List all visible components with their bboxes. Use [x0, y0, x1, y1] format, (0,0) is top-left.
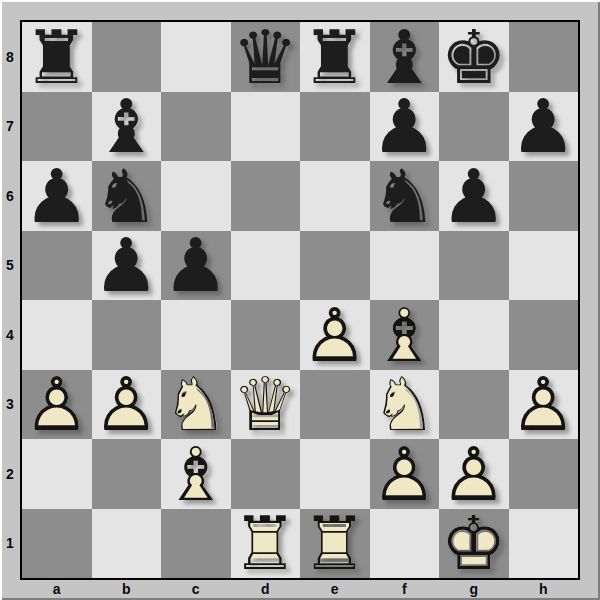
square-g7[interactable]: [439, 92, 509, 162]
black-pawn-piece: ♟: [441, 159, 507, 233]
square-c8[interactable]: [161, 22, 231, 92]
square-h3[interactable]: ♟♙: [509, 370, 579, 440]
square-c5[interactable]: ♟: [161, 231, 231, 301]
rank-label-7: 7: [0, 92, 20, 162]
square-h7[interactable]: ♟: [509, 92, 579, 162]
square-b7[interactable]: ♝: [92, 92, 162, 162]
file-label-e: e: [300, 579, 370, 599]
rank-labels: 87654321: [0, 22, 20, 578]
square-a7[interactable]: [22, 92, 92, 162]
chess-board: ♜♛♜♝♚♝♟♟♟♞♞♟♟♟♟♙♝♗♟♙♟♙♞♘♛♕♞♘♟♙♝♗♟♙♟♙♜♖♜♖…: [20, 20, 580, 580]
square-g1[interactable]: ♚♔: [439, 509, 509, 579]
square-f3[interactable]: ♞♘: [370, 370, 440, 440]
white-bishop-piece: ♝♗: [163, 437, 229, 511]
square-g4[interactable]: [439, 300, 509, 370]
square-e3[interactable]: [300, 370, 370, 440]
square-h6[interactable]: [509, 161, 579, 231]
square-e6[interactable]: [300, 161, 370, 231]
white-pawn-piece: ♟♙: [371, 437, 437, 511]
square-b5[interactable]: ♟: [92, 231, 162, 301]
black-knight-piece: ♞: [371, 159, 437, 233]
square-d4[interactable]: [231, 300, 301, 370]
file-label-c: c: [161, 579, 231, 599]
square-a2[interactable]: [22, 439, 92, 509]
file-label-g: g: [439, 579, 509, 599]
square-f4[interactable]: ♝♗: [370, 300, 440, 370]
board-window-frame: ♜♛♜♝♚♝♟♟♟♞♞♟♟♟♟♙♝♗♟♙♟♙♞♘♛♕♞♘♟♙♝♗♟♙♟♙♜♖♜♖…: [0, 0, 600, 600]
square-c4[interactable]: [161, 300, 231, 370]
square-a1[interactable]: [22, 509, 92, 579]
square-g3[interactable]: [439, 370, 509, 440]
square-g2[interactable]: ♟♙: [439, 439, 509, 509]
square-h4[interactable]: [509, 300, 579, 370]
square-b1[interactable]: [92, 509, 162, 579]
square-h2[interactable]: [509, 439, 579, 509]
white-king-piece: ♚♔: [441, 506, 507, 580]
square-c1[interactable]: [161, 509, 231, 579]
square-d6[interactable]: [231, 161, 301, 231]
rank-label-4: 4: [0, 300, 20, 370]
white-pawn-piece: ♟♙: [302, 298, 368, 372]
square-f7[interactable]: ♟: [370, 92, 440, 162]
white-pawn-piece: ♟♙: [93, 367, 159, 441]
square-a8[interactable]: ♜: [22, 22, 92, 92]
black-queen-piece: ♛: [232, 20, 298, 94]
square-g6[interactable]: ♟: [439, 161, 509, 231]
rank-label-8: 8: [0, 22, 20, 92]
square-f6[interactable]: ♞: [370, 161, 440, 231]
black-pawn-piece: ♟: [93, 228, 159, 302]
square-e4[interactable]: ♟♙: [300, 300, 370, 370]
file-label-f: f: [370, 579, 440, 599]
square-g8[interactable]: ♚: [439, 22, 509, 92]
white-rook-piece: ♜♖: [302, 506, 368, 580]
square-c6[interactable]: [161, 161, 231, 231]
square-h8[interactable]: [509, 22, 579, 92]
white-pawn-piece: ♟♙: [510, 367, 576, 441]
rank-label-6: 6: [0, 161, 20, 231]
square-e8[interactable]: ♜: [300, 22, 370, 92]
black-rook-piece: ♜: [24, 20, 90, 94]
square-e5[interactable]: [300, 231, 370, 301]
square-a6[interactable]: ♟: [22, 161, 92, 231]
square-b8[interactable]: [92, 22, 162, 92]
square-b4[interactable]: [92, 300, 162, 370]
square-g5[interactable]: [439, 231, 509, 301]
square-c2[interactable]: ♝♗: [161, 439, 231, 509]
square-d5[interactable]: [231, 231, 301, 301]
square-h5[interactable]: [509, 231, 579, 301]
square-a3[interactable]: ♟♙: [22, 370, 92, 440]
rank-label-5: 5: [0, 231, 20, 301]
square-d7[interactable]: [231, 92, 301, 162]
black-pawn-piece: ♟: [163, 228, 229, 302]
square-d1[interactable]: ♜♖: [231, 509, 301, 579]
square-f5[interactable]: [370, 231, 440, 301]
rank-label-2: 2: [0, 439, 20, 509]
square-b2[interactable]: [92, 439, 162, 509]
file-labels: abcdefgh: [22, 579, 578, 599]
square-h1[interactable]: [509, 509, 579, 579]
white-queen-piece: ♛♕: [232, 367, 298, 441]
black-pawn-piece: ♟: [24, 159, 90, 233]
square-f2[interactable]: ♟♙: [370, 439, 440, 509]
file-label-d: d: [231, 579, 301, 599]
square-f1[interactable]: [370, 509, 440, 579]
square-e1[interactable]: ♜♖: [300, 509, 370, 579]
black-pawn-piece: ♟: [510, 89, 576, 163]
square-d8[interactable]: ♛: [231, 22, 301, 92]
square-b6[interactable]: ♞: [92, 161, 162, 231]
black-king-piece: ♚: [441, 20, 507, 94]
square-f8[interactable]: ♝: [370, 22, 440, 92]
square-a5[interactable]: [22, 231, 92, 301]
square-c7[interactable]: [161, 92, 231, 162]
file-label-h: h: [509, 579, 579, 599]
rank-label-3: 3: [0, 370, 20, 440]
square-a4[interactable]: [22, 300, 92, 370]
square-d2[interactable]: [231, 439, 301, 509]
square-c3[interactable]: ♞♘: [161, 370, 231, 440]
file-label-a: a: [22, 579, 92, 599]
square-d3[interactable]: ♛♕: [231, 370, 301, 440]
black-rook-piece: ♜: [302, 20, 368, 94]
white-rook-piece: ♜♖: [232, 506, 298, 580]
square-b3[interactable]: ♟♙: [92, 370, 162, 440]
white-pawn-piece: ♟♙: [24, 367, 90, 441]
square-e7[interactable]: [300, 92, 370, 162]
rank-label-1: 1: [0, 509, 20, 579]
file-label-b: b: [92, 579, 162, 599]
square-e2[interactable]: [300, 439, 370, 509]
